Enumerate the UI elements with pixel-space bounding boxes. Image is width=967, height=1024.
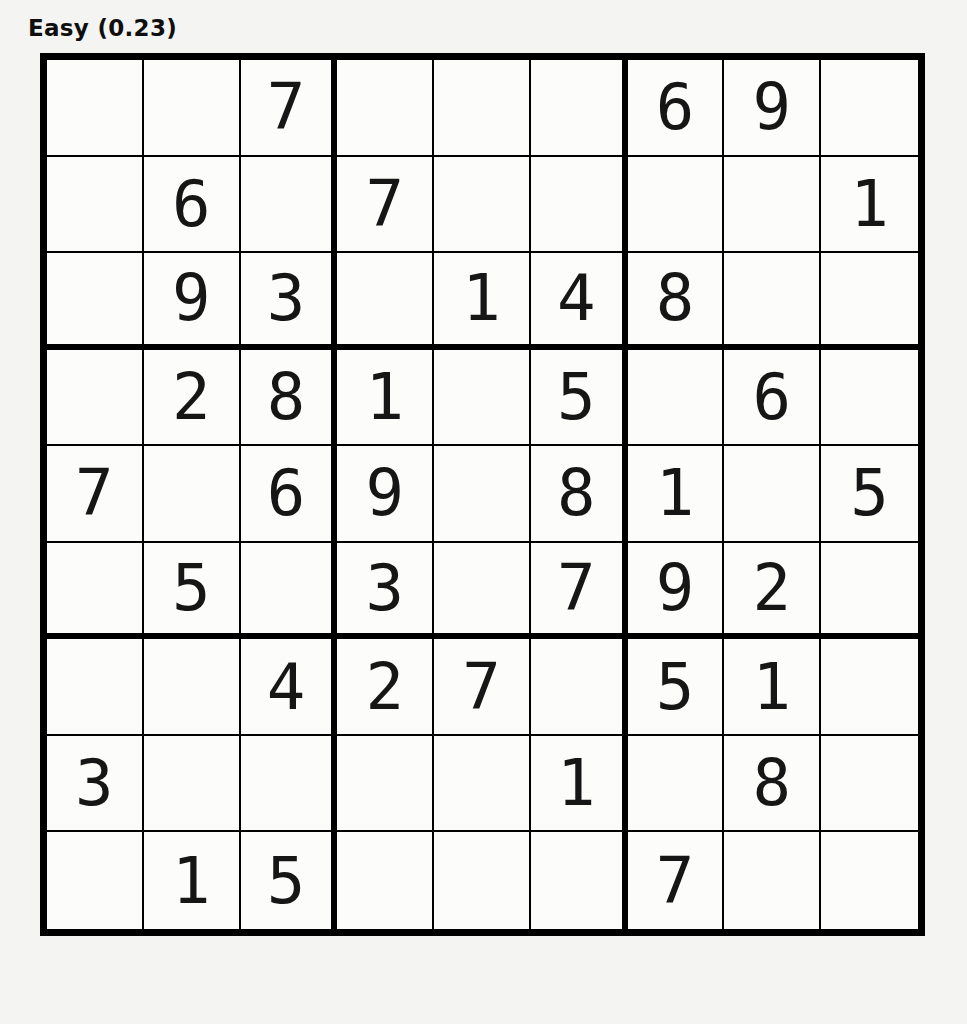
cell-r7c2[interactable] — [144, 639, 241, 736]
cell-r8c2[interactable] — [144, 736, 241, 833]
cell-r8c8[interactable]: 8 — [724, 736, 821, 833]
cell-r2c8[interactable] — [724, 157, 821, 254]
cell-r5c7[interactable]: 1 — [628, 446, 725, 543]
given-digit: 7 — [365, 172, 404, 236]
cell-r1c5[interactable] — [434, 60, 531, 157]
cell-r4c6[interactable]: 5 — [531, 350, 628, 447]
cell-r4c5[interactable] — [434, 350, 531, 447]
cell-r2c6[interactable] — [531, 157, 628, 254]
cell-r9c1[interactable] — [47, 832, 144, 929]
cell-r1c6[interactable] — [531, 60, 628, 157]
cell-r4c3[interactable]: 8 — [241, 350, 338, 447]
given-digit: 8 — [267, 365, 306, 429]
given-digit: 1 — [462, 266, 501, 330]
cell-r5c4[interactable]: 9 — [337, 446, 434, 543]
cell-r3c2[interactable]: 9 — [144, 253, 241, 350]
cell-r6c3[interactable] — [241, 543, 338, 640]
given-digit: 1 — [656, 461, 695, 525]
cell-r3c6[interactable]: 4 — [531, 253, 628, 350]
cell-r8c5[interactable] — [434, 736, 531, 833]
given-digit: 1 — [557, 751, 596, 815]
cell-r6c7[interactable]: 9 — [628, 543, 725, 640]
given-digit: 7 — [462, 655, 501, 719]
given-digit: 6 — [267, 461, 306, 525]
cell-r5c1[interactable]: 7 — [47, 446, 144, 543]
given-digit: 4 — [267, 655, 306, 719]
cell-r3c4[interactable] — [337, 253, 434, 350]
given-digit: 8 — [656, 266, 695, 330]
cell-r8c6[interactable]: 1 — [531, 736, 628, 833]
cell-r7c1[interactable] — [47, 639, 144, 736]
given-digit: 4 — [557, 266, 596, 330]
sudoku-board: 76967193148281567698155379242751318157 — [40, 53, 925, 936]
cell-r1c1[interactable] — [47, 60, 144, 157]
cell-r8c7[interactable] — [628, 736, 725, 833]
cell-r2c3[interactable] — [241, 157, 338, 254]
cell-r1c9[interactable] — [821, 60, 918, 157]
cell-r4c7[interactable] — [628, 350, 725, 447]
cell-r1c7[interactable]: 6 — [628, 60, 725, 157]
given-digit: 3 — [267, 266, 306, 330]
cell-r8c1[interactable]: 3 — [47, 736, 144, 833]
cell-r5c3[interactable]: 6 — [241, 446, 338, 543]
cell-r9c4[interactable] — [337, 832, 434, 929]
given-digit: 2 — [365, 655, 404, 719]
cell-r1c3[interactable]: 7 — [241, 60, 338, 157]
given-digit: 1 — [365, 365, 404, 429]
cell-r4c4[interactable]: 1 — [337, 350, 434, 447]
cell-r9c5[interactable] — [434, 832, 531, 929]
cell-r6c8[interactable]: 2 — [724, 543, 821, 640]
cell-r4c2[interactable]: 2 — [144, 350, 241, 447]
given-digit: 5 — [656, 655, 695, 719]
cell-r7c4[interactable]: 2 — [337, 639, 434, 736]
cell-r1c4[interactable] — [337, 60, 434, 157]
cell-r2c4[interactable]: 7 — [337, 157, 434, 254]
given-digit: 5 — [267, 849, 306, 913]
given-digit: 5 — [557, 365, 596, 429]
given-digit: 7 — [656, 849, 695, 913]
cell-r3c8[interactable] — [724, 253, 821, 350]
given-digit: 5 — [172, 556, 211, 620]
cell-r9c9[interactable] — [821, 832, 918, 929]
cell-r6c9[interactable] — [821, 543, 918, 640]
cell-r6c5[interactable] — [434, 543, 531, 640]
puzzle-title: Easy (0.23) — [28, 15, 967, 41]
given-digit: 5 — [850, 461, 889, 525]
cell-r6c1[interactable] — [47, 543, 144, 640]
cell-r7c5[interactable]: 7 — [434, 639, 531, 736]
given-digit: 3 — [75, 751, 114, 815]
cell-r3c1[interactable] — [47, 253, 144, 350]
cell-r4c1[interactable] — [47, 350, 144, 447]
given-digit: 7 — [75, 461, 114, 525]
cell-r1c8[interactable]: 9 — [724, 60, 821, 157]
cell-r4c8[interactable]: 6 — [724, 350, 821, 447]
cell-r6c2[interactable]: 5 — [144, 543, 241, 640]
cell-r7c8[interactable]: 1 — [724, 639, 821, 736]
cell-r8c9[interactable] — [821, 736, 918, 833]
cell-r7c9[interactable] — [821, 639, 918, 736]
given-digit: 2 — [172, 365, 211, 429]
cell-r5c5[interactable] — [434, 446, 531, 543]
cell-r6c4[interactable]: 3 — [337, 543, 434, 640]
given-digit: 9 — [753, 75, 792, 139]
cell-r9c6[interactable] — [531, 832, 628, 929]
given-digit: 1 — [753, 655, 792, 719]
cell-r4c9[interactable] — [821, 350, 918, 447]
cell-r9c3[interactable]: 5 — [241, 832, 338, 929]
cell-r3c7[interactable]: 8 — [628, 253, 725, 350]
given-digit: 9 — [172, 266, 211, 330]
cell-r2c9[interactable]: 1 — [821, 157, 918, 254]
given-digit: 6 — [753, 365, 792, 429]
cell-r3c9[interactable] — [821, 253, 918, 350]
given-digit: 7 — [557, 556, 596, 620]
cell-r5c8[interactable] — [724, 446, 821, 543]
cell-r9c8[interactable] — [724, 832, 821, 929]
given-digit: 7 — [267, 75, 306, 139]
cell-r9c7[interactable]: 7 — [628, 832, 725, 929]
given-digit: 1 — [850, 172, 889, 236]
given-digit: 9 — [365, 461, 404, 525]
given-digit: 9 — [656, 556, 695, 620]
cell-r2c1[interactable] — [47, 157, 144, 254]
cell-r7c7[interactable]: 5 — [628, 639, 725, 736]
given-digit: 8 — [557, 461, 596, 525]
cell-r7c3[interactable]: 4 — [241, 639, 338, 736]
cell-r1c2[interactable] — [144, 60, 241, 157]
cell-r2c5[interactable] — [434, 157, 531, 254]
cell-r8c4[interactable] — [337, 736, 434, 833]
cell-r5c6[interactable]: 8 — [531, 446, 628, 543]
given-digit: 6 — [656, 75, 695, 139]
given-digit: 2 — [753, 556, 792, 620]
given-digit: 8 — [753, 751, 792, 815]
cell-r9c2[interactable]: 1 — [144, 832, 241, 929]
cell-r2c2[interactable]: 6 — [144, 157, 241, 254]
cell-r8c3[interactable] — [241, 736, 338, 833]
cell-r5c9[interactable]: 5 — [821, 446, 918, 543]
given-digit: 3 — [365, 556, 404, 620]
cell-r7c6[interactable] — [531, 639, 628, 736]
cell-r6c6[interactable]: 7 — [531, 543, 628, 640]
cell-r3c3[interactable]: 3 — [241, 253, 338, 350]
cell-r5c2[interactable] — [144, 446, 241, 543]
cell-r2c7[interactable] — [628, 157, 725, 254]
cell-r3c5[interactable]: 1 — [434, 253, 531, 350]
given-digit: 6 — [172, 172, 211, 236]
given-digit: 1 — [172, 849, 211, 913]
